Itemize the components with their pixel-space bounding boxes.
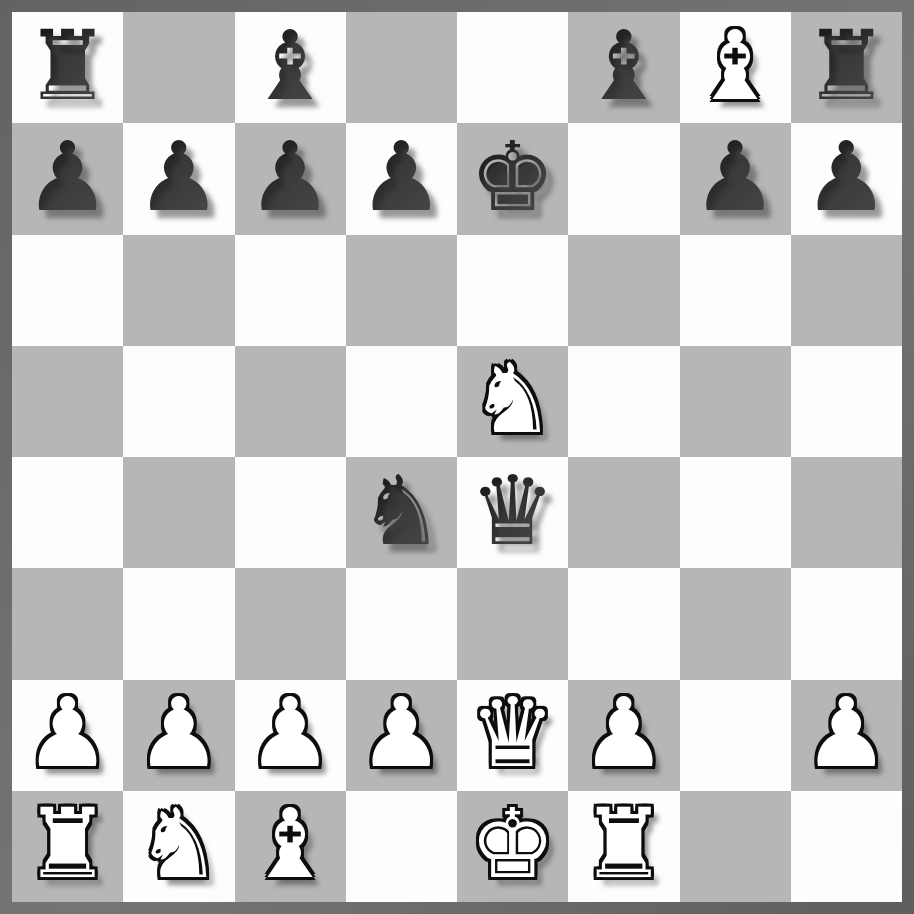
square-f8[interactable]: ♝ bbox=[568, 12, 679, 123]
square-c1[interactable]: ♝ bbox=[235, 791, 346, 902]
square-h5[interactable] bbox=[791, 346, 902, 457]
square-f6[interactable] bbox=[568, 235, 679, 346]
square-d6[interactable] bbox=[346, 235, 457, 346]
piece-white-pawn-b2[interactable]: ♟ bbox=[136, 685, 222, 781]
piece-white-rook-a1[interactable]: ♜ bbox=[25, 796, 111, 892]
square-h6[interactable] bbox=[791, 235, 902, 346]
square-e7[interactable]: ♚ bbox=[457, 123, 568, 234]
square-e4[interactable]: ♛ bbox=[457, 457, 568, 568]
square-d8[interactable] bbox=[346, 12, 457, 123]
piece-white-king-e1[interactable]: ♚ bbox=[470, 796, 556, 892]
square-h7[interactable]: ♟ bbox=[791, 123, 902, 234]
square-b2[interactable]: ♟ bbox=[123, 680, 234, 791]
piece-black-pawn-h7[interactable]: ♟ bbox=[803, 129, 889, 225]
square-h4[interactable] bbox=[791, 457, 902, 568]
piece-white-rook-f1[interactable]: ♜ bbox=[581, 796, 667, 892]
square-a2[interactable]: ♟ bbox=[12, 680, 123, 791]
square-d1[interactable] bbox=[346, 791, 457, 902]
piece-white-pawn-f2[interactable]: ♟ bbox=[581, 685, 667, 781]
square-a4[interactable] bbox=[12, 457, 123, 568]
square-g7[interactable]: ♟ bbox=[680, 123, 791, 234]
square-f4[interactable] bbox=[568, 457, 679, 568]
piece-black-pawn-b7[interactable]: ♟ bbox=[136, 129, 222, 225]
square-f1[interactable]: ♜ bbox=[568, 791, 679, 902]
square-e3[interactable] bbox=[457, 568, 568, 679]
square-a8[interactable]: ♜ bbox=[12, 12, 123, 123]
square-h1[interactable] bbox=[791, 791, 902, 902]
square-b1[interactable]: ♞ bbox=[123, 791, 234, 902]
square-a6[interactable] bbox=[12, 235, 123, 346]
square-c2[interactable]: ♟ bbox=[235, 680, 346, 791]
piece-black-king-e7[interactable]: ♚ bbox=[470, 129, 556, 225]
square-e8[interactable] bbox=[457, 12, 568, 123]
chess-board: ♜♝♝♝♜♟♟♟♟♚♟♟♞♞♛♟♟♟♟♛♟♟♜♞♝♚♜ bbox=[12, 12, 902, 902]
square-b4[interactable] bbox=[123, 457, 234, 568]
square-g5[interactable] bbox=[680, 346, 791, 457]
square-g4[interactable] bbox=[680, 457, 791, 568]
piece-black-bishop-c8[interactable]: ♝ bbox=[247, 18, 333, 114]
square-g2[interactable] bbox=[680, 680, 791, 791]
square-b5[interactable] bbox=[123, 346, 234, 457]
square-h2[interactable]: ♟ bbox=[791, 680, 902, 791]
square-d4[interactable]: ♞ bbox=[346, 457, 457, 568]
square-a1[interactable]: ♜ bbox=[12, 791, 123, 902]
square-d3[interactable] bbox=[346, 568, 457, 679]
piece-white-knight-b1[interactable]: ♞ bbox=[136, 796, 222, 892]
square-c7[interactable]: ♟ bbox=[235, 123, 346, 234]
square-h8[interactable]: ♜ bbox=[791, 12, 902, 123]
square-a5[interactable] bbox=[12, 346, 123, 457]
piece-black-rook-a8[interactable]: ♜ bbox=[25, 18, 111, 114]
square-a7[interactable]: ♟ bbox=[12, 123, 123, 234]
square-b8[interactable] bbox=[123, 12, 234, 123]
piece-black-rook-h8[interactable]: ♜ bbox=[803, 18, 889, 114]
piece-white-pawn-a2[interactable]: ♟ bbox=[25, 685, 111, 781]
square-e1[interactable]: ♚ bbox=[457, 791, 568, 902]
piece-black-pawn-d7[interactable]: ♟ bbox=[358, 129, 444, 225]
square-b6[interactable] bbox=[123, 235, 234, 346]
piece-black-pawn-g7[interactable]: ♟ bbox=[692, 129, 778, 225]
square-e6[interactable] bbox=[457, 235, 568, 346]
piece-black-pawn-c7[interactable]: ♟ bbox=[247, 129, 333, 225]
square-g3[interactable] bbox=[680, 568, 791, 679]
square-g6[interactable] bbox=[680, 235, 791, 346]
piece-white-pawn-h2[interactable]: ♟ bbox=[803, 685, 889, 781]
square-f5[interactable] bbox=[568, 346, 679, 457]
square-c6[interactable] bbox=[235, 235, 346, 346]
piece-black-queen-e4[interactable]: ♛ bbox=[470, 463, 556, 559]
piece-white-queen-e2[interactable]: ♛ bbox=[470, 685, 556, 781]
piece-black-pawn-a7[interactable]: ♟ bbox=[25, 129, 111, 225]
square-h3[interactable] bbox=[791, 568, 902, 679]
piece-white-pawn-c2[interactable]: ♟ bbox=[247, 685, 333, 781]
chess-board-frame: ♜♝♝♝♜♟♟♟♟♚♟♟♞♞♛♟♟♟♟♛♟♟♜♞♝♚♜ bbox=[0, 0, 914, 914]
piece-white-pawn-d2[interactable]: ♟ bbox=[358, 685, 444, 781]
piece-white-bishop-c1[interactable]: ♝ bbox=[247, 796, 333, 892]
square-d2[interactable]: ♟ bbox=[346, 680, 457, 791]
square-g8[interactable]: ♝ bbox=[680, 12, 791, 123]
square-b3[interactable] bbox=[123, 568, 234, 679]
square-g1[interactable] bbox=[680, 791, 791, 902]
square-d7[interactable]: ♟ bbox=[346, 123, 457, 234]
square-e2[interactable]: ♛ bbox=[457, 680, 568, 791]
square-f3[interactable] bbox=[568, 568, 679, 679]
square-b7[interactable]: ♟ bbox=[123, 123, 234, 234]
square-a3[interactable] bbox=[12, 568, 123, 679]
piece-white-knight-e5[interactable]: ♞ bbox=[470, 351, 556, 447]
piece-white-bishop-g8[interactable]: ♝ bbox=[692, 18, 778, 114]
square-c8[interactable]: ♝ bbox=[235, 12, 346, 123]
square-c4[interactable] bbox=[235, 457, 346, 568]
square-f7[interactable] bbox=[568, 123, 679, 234]
square-d5[interactable] bbox=[346, 346, 457, 457]
square-c3[interactable] bbox=[235, 568, 346, 679]
piece-black-bishop-f8[interactable]: ♝ bbox=[581, 18, 667, 114]
square-c5[interactable] bbox=[235, 346, 346, 457]
piece-black-knight-d4[interactable]: ♞ bbox=[358, 463, 444, 559]
square-e5[interactable]: ♞ bbox=[457, 346, 568, 457]
square-f2[interactable]: ♟ bbox=[568, 680, 679, 791]
